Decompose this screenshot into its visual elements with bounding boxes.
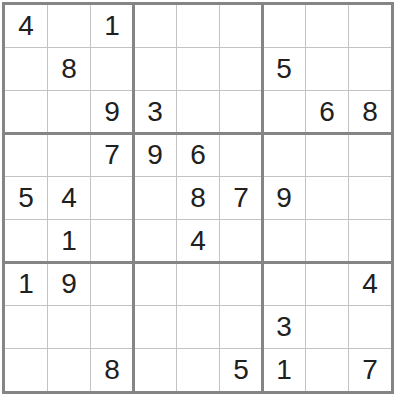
cell-r3c4[interactable]: 3 (134, 91, 176, 133)
cell-r7c9[interactable]: 4 (349, 263, 391, 305)
cell-r3c9[interactable]: 8 (349, 91, 391, 133)
cell-r4c8[interactable] (306, 134, 348, 176)
cell-r6c9[interactable] (349, 220, 391, 262)
cell-r1c6[interactable] (220, 5, 262, 47)
cell-r4c3[interactable]: 7 (91, 134, 133, 176)
cell-r1c2[interactable] (48, 5, 90, 47)
cell-r7c6[interactable] (220, 263, 262, 305)
cell-r8c1[interactable] (5, 306, 47, 348)
cell-r2c3[interactable] (91, 48, 133, 90)
cell-r6c2[interactable]: 1 (48, 220, 90, 262)
cell-r5c8[interactable] (306, 177, 348, 219)
cell-r5c5[interactable]: 8 (177, 177, 219, 219)
cell-r6c5[interactable]: 4 (177, 220, 219, 262)
cell-r1c8[interactable] (306, 5, 348, 47)
cell-r6c1[interactable] (5, 220, 47, 262)
cell-r2c7[interactable]: 5 (263, 48, 305, 90)
cell-r4c5[interactable]: 6 (177, 134, 219, 176)
cell-r6c8[interactable] (306, 220, 348, 262)
cell-r7c2[interactable]: 9 (48, 263, 90, 305)
cell-r2c4[interactable] (134, 48, 176, 90)
cell-r4c2[interactable] (48, 134, 90, 176)
cell-r8c9[interactable] (349, 306, 391, 348)
cell-r7c3[interactable] (91, 263, 133, 305)
cell-r8c4[interactable] (134, 306, 176, 348)
cell-r2c1[interactable] (5, 48, 47, 90)
cell-r9c1[interactable] (5, 349, 47, 391)
cell-r1c5[interactable] (177, 5, 219, 47)
cell-r3c8[interactable]: 6 (306, 91, 348, 133)
cell-r3c2[interactable] (48, 91, 90, 133)
cell-r4c1[interactable] (5, 134, 47, 176)
cell-r8c6[interactable] (220, 306, 262, 348)
cell-r7c1[interactable]: 1 (5, 263, 47, 305)
cell-r6c4[interactable] (134, 220, 176, 262)
cell-r4c4[interactable]: 9 (134, 134, 176, 176)
cell-r9c5[interactable] (177, 349, 219, 391)
cell-r5c2[interactable]: 4 (48, 177, 90, 219)
cell-r1c9[interactable] (349, 5, 391, 47)
cell-r2c8[interactable] (306, 48, 348, 90)
cell-r9c6[interactable]: 5 (220, 349, 262, 391)
cell-r9c8[interactable] (306, 349, 348, 391)
cell-r3c3[interactable]: 9 (91, 91, 133, 133)
sudoku-page: 41859368796548791419438517 (0, 0, 400, 400)
cell-r6c6[interactable] (220, 220, 262, 262)
cell-r5c6[interactable]: 7 (220, 177, 262, 219)
cell-r2c6[interactable] (220, 48, 262, 90)
cell-r9c3[interactable]: 8 (91, 349, 133, 391)
cell-r5c7[interactable]: 9 (263, 177, 305, 219)
cell-r5c1[interactable]: 5 (5, 177, 47, 219)
cell-r5c4[interactable] (134, 177, 176, 219)
cell-r2c9[interactable] (349, 48, 391, 90)
cell-r1c7[interactable] (263, 5, 305, 47)
cell-r7c8[interactable] (306, 263, 348, 305)
cell-r9c7[interactable]: 1 (263, 349, 305, 391)
cell-r6c3[interactable] (91, 220, 133, 262)
cell-r3c1[interactable] (5, 91, 47, 133)
cell-r5c3[interactable] (91, 177, 133, 219)
cell-r9c9[interactable]: 7 (349, 349, 391, 391)
cell-r4c7[interactable] (263, 134, 305, 176)
cell-r8c8[interactable] (306, 306, 348, 348)
cell-r3c5[interactable] (177, 91, 219, 133)
cell-r8c5[interactable] (177, 306, 219, 348)
sudoku-board: 41859368796548791419438517 (2, 2, 394, 394)
cell-r7c5[interactable] (177, 263, 219, 305)
cell-r1c4[interactable] (134, 5, 176, 47)
cell-r1c1[interactable]: 4 (5, 5, 47, 47)
cell-r4c9[interactable] (349, 134, 391, 176)
cell-r4c6[interactable] (220, 134, 262, 176)
cell-r7c7[interactable] (263, 263, 305, 305)
cell-r8c3[interactable] (91, 306, 133, 348)
cell-r2c2[interactable]: 8 (48, 48, 90, 90)
cell-r1c3[interactable]: 1 (91, 5, 133, 47)
cell-r3c6[interactable] (220, 91, 262, 133)
cell-r6c7[interactable] (263, 220, 305, 262)
cell-r5c9[interactable] (349, 177, 391, 219)
cell-r8c2[interactable] (48, 306, 90, 348)
cell-r3c7[interactable] (263, 91, 305, 133)
cell-r2c5[interactable] (177, 48, 219, 90)
cell-r9c2[interactable] (48, 349, 90, 391)
cell-r7c4[interactable] (134, 263, 176, 305)
cell-r8c7[interactable]: 3 (263, 306, 305, 348)
cell-r9c4[interactable] (134, 349, 176, 391)
